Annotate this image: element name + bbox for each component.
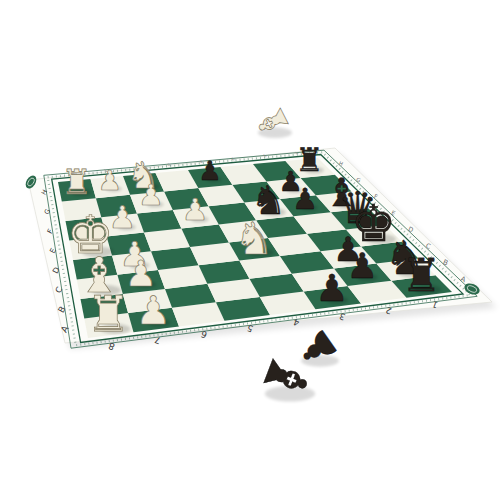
piece-glyph: ♜ bbox=[401, 249, 442, 302]
piece-white-r-a8: ♜ bbox=[86, 285, 130, 343]
piece-white-n-d4: ♞ bbox=[234, 213, 274, 264]
piece-glyph: ♟ bbox=[182, 192, 209, 227]
piece-black-p-b2: ♟ bbox=[347, 245, 379, 286]
piece-black-p-f2: ♟ bbox=[292, 182, 318, 216]
piece-glyph: ♟ bbox=[138, 178, 164, 212]
piece-black-r-a1: ♜ bbox=[401, 249, 442, 302]
off-board-white-bishop-lying: ♝ bbox=[245, 97, 300, 147]
piece-white-r-h8: ♜ bbox=[61, 162, 92, 202]
piece-glyph: ♟ bbox=[98, 165, 123, 196]
piece-black-p-h4: ♟ bbox=[198, 155, 222, 186]
piece-white-p-f5: ♟ bbox=[182, 192, 209, 227]
piece-glyph: ♟ bbox=[292, 182, 318, 216]
chess-set-photo: HGFEDCBA8765432187654321ABCDEFGH ♝♜♟♞♟♟♜… bbox=[0, 0, 500, 500]
piece-white-p-h7: ♟ bbox=[98, 165, 123, 196]
chess-board-scene: HGFEDCBA8765432187654321ABCDEFGH ♝♜♟♞♟♟♜… bbox=[0, 0, 500, 500]
piece-glyph: ♜ bbox=[61, 162, 92, 202]
pieces-layer: ♝♜♟♞♟♟♜♝♟♟♞♟♛♟♚♚♞♟♟♞♟♟♜♝♟♟♜♟♝ bbox=[61, 97, 442, 413]
piece-glyph: ♞ bbox=[234, 213, 274, 264]
piece-black-p-a3: ♟ bbox=[315, 266, 348, 310]
piece-glyph: ♟ bbox=[315, 266, 348, 310]
piece-white-p-g6: ♟ bbox=[138, 178, 164, 212]
piece-glyph: ♝ bbox=[245, 97, 300, 147]
piece-glyph: ♜ bbox=[86, 285, 130, 343]
piece-glyph: ♟ bbox=[136, 288, 171, 333]
piece-glyph: ♟ bbox=[198, 155, 222, 186]
piece-white-p-a7: ♟ bbox=[136, 288, 171, 333]
piece-glyph: ♟ bbox=[347, 245, 379, 286]
